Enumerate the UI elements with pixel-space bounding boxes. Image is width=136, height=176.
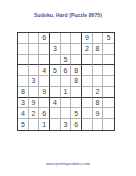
cell-r7c4[interactable]: 4: [50, 98, 61, 109]
cell-r8c4[interactable]: [50, 108, 61, 119]
cell-r6c7[interactable]: [82, 87, 93, 98]
cell-r9c1[interactable]: 5: [18, 119, 29, 130]
cell-r1c6[interactable]: [71, 33, 82, 44]
cell-r7c6[interactable]: [71, 98, 82, 109]
cell-r4c4[interactable]: 5: [50, 65, 61, 76]
cell-r7c5[interactable]: [61, 98, 72, 109]
cell-r6c4[interactable]: [50, 87, 61, 98]
cell-r5c5[interactable]: [61, 76, 72, 87]
cell-r2c3[interactable]: [39, 44, 50, 55]
cell-r5c7[interactable]: [82, 76, 93, 87]
cell-r1c3[interactable]: 6: [39, 33, 50, 44]
cell-r1c1[interactable]: [18, 33, 29, 44]
cell-r8c2[interactable]: 2: [29, 108, 40, 119]
cell-r7c2[interactable]: 9: [29, 98, 40, 109]
cell-r8c1[interactable]: 4: [18, 108, 29, 119]
footer-url: www.printmysudoku.com: [0, 161, 136, 166]
cell-r5c2[interactable]: 3: [29, 76, 40, 87]
cell-r2c7[interactable]: 2: [82, 44, 93, 55]
cell-r1c5[interactable]: [61, 33, 72, 44]
cell-r5c8[interactable]: [93, 76, 104, 87]
cell-r9c3[interactable]: 1: [39, 119, 50, 130]
cell-r4c7[interactable]: [82, 65, 93, 76]
page-title: Sudoku, Hard (Puzzle 8675): [0, 12, 136, 18]
cell-r5c3[interactable]: [39, 76, 50, 87]
cell-r9c2[interactable]: [29, 119, 40, 130]
cell-r2c4[interactable]: 3: [50, 44, 61, 55]
cell-r7c1[interactable]: 3: [18, 98, 29, 109]
cell-r8c3[interactable]: 6: [39, 108, 50, 119]
cell-r3c8[interactable]: [93, 55, 104, 66]
cell-r3c6[interactable]: [71, 55, 82, 66]
cell-r8c7[interactable]: [82, 108, 93, 119]
cell-r8c9[interactable]: [103, 108, 114, 119]
cell-r7c8[interactable]: 8: [93, 98, 104, 109]
cell-r1c8[interactable]: [93, 33, 104, 44]
cell-r9c6[interactable]: 6: [71, 119, 82, 130]
cell-r2c9[interactable]: [103, 44, 114, 55]
cell-r5c9[interactable]: [103, 76, 114, 87]
cell-r4c5[interactable]: 6: [61, 65, 72, 76]
cell-r9c4[interactable]: [50, 119, 61, 130]
cell-r7c7[interactable]: [82, 98, 93, 109]
cell-r4c1[interactable]: [18, 65, 29, 76]
cell-r6c5[interactable]: 1: [61, 87, 72, 98]
cell-r6c2[interactable]: [29, 87, 40, 98]
cell-r3c2[interactable]: [29, 55, 40, 66]
cell-r4c9[interactable]: [103, 65, 114, 76]
cell-r6c3[interactable]: 9: [39, 87, 50, 98]
cell-r1c2[interactable]: [29, 33, 40, 44]
cell-r6c9[interactable]: [103, 87, 114, 98]
cell-r9c9[interactable]: [103, 119, 114, 130]
cell-r7c3[interactable]: [39, 98, 50, 109]
cell-r3c9[interactable]: [103, 55, 114, 66]
sudoku-grid: 695328545683889123948426595136: [17, 32, 115, 131]
cell-r4c6[interactable]: 8: [71, 65, 82, 76]
cell-r8c8[interactable]: 9: [93, 108, 104, 119]
cell-r2c8[interactable]: 8: [93, 44, 104, 55]
cell-r2c5[interactable]: [61, 44, 72, 55]
cell-r3c7[interactable]: [82, 55, 93, 66]
cell-r5c4[interactable]: [50, 76, 61, 87]
cell-r2c2[interactable]: [29, 44, 40, 55]
cell-r9c7[interactable]: [82, 119, 93, 130]
cell-r1c4[interactable]: [50, 33, 61, 44]
cell-r2c1[interactable]: [18, 44, 29, 55]
cell-r3c1[interactable]: [18, 55, 29, 66]
cell-r3c4[interactable]: [50, 55, 61, 66]
cell-r6c8[interactable]: 2: [93, 87, 104, 98]
cell-r8c5[interactable]: [61, 108, 72, 119]
cell-r5c6[interactable]: 8: [71, 76, 82, 87]
cell-r4c3[interactable]: 4: [39, 65, 50, 76]
cell-r1c9[interactable]: 5: [103, 33, 114, 44]
cell-r7c9[interactable]: [103, 98, 114, 109]
cell-r3c5[interactable]: 5: [61, 55, 72, 66]
cell-r9c8[interactable]: [93, 119, 104, 130]
sudoku-page: Sudoku, Hard (Puzzle 8675) 6953285456838…: [0, 0, 136, 176]
cell-r6c6[interactable]: [71, 87, 82, 98]
cell-r2c6[interactable]: [71, 44, 82, 55]
cell-r4c8[interactable]: [93, 65, 104, 76]
cell-r8c6[interactable]: 5: [71, 108, 82, 119]
cell-r9c5[interactable]: 3: [61, 119, 72, 130]
cell-r4c2[interactable]: [29, 65, 40, 76]
cell-r5c1[interactable]: [18, 76, 29, 87]
cell-r1c7[interactable]: 9: [82, 33, 93, 44]
cell-r6c1[interactable]: 8: [18, 87, 29, 98]
cell-r3c3[interactable]: [39, 55, 50, 66]
